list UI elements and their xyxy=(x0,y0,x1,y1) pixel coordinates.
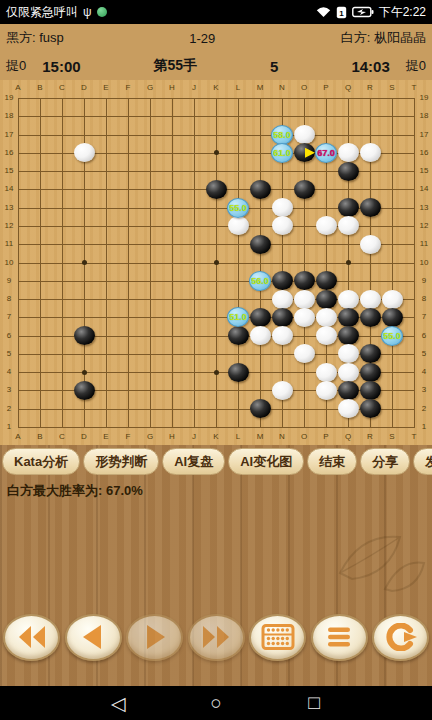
col-label-top: K xyxy=(209,83,223,93)
stone-white xyxy=(338,216,359,235)
board-grid[interactable]: AABBCCDDEEFFGGHHJJKKLLMMNNOOPPQQRRSSTT19… xyxy=(18,98,415,428)
stone-black xyxy=(360,363,381,382)
row-label-right: 13 xyxy=(417,203,431,213)
row-label-left: 4 xyxy=(2,367,16,377)
stone-white xyxy=(382,290,403,309)
byoyomi-countdown: 5 xyxy=(270,58,278,75)
row-label-left: 14 xyxy=(2,184,16,194)
col-label-top: J xyxy=(187,83,201,93)
row-label-left: 15 xyxy=(2,166,16,176)
ai-suggestion-marker[interactable]: 67.0 xyxy=(315,143,337,163)
stone-black xyxy=(360,344,381,363)
stone-white xyxy=(272,216,293,235)
col-label-top: N xyxy=(275,83,289,93)
battery-charging-icon xyxy=(352,6,374,18)
stone-black xyxy=(228,326,249,345)
col-label-top: E xyxy=(99,83,113,93)
col-label-bottom: F xyxy=(121,432,135,442)
toolbar-button[interactable]: 结束 xyxy=(307,448,357,475)
row-label-right: 1 xyxy=(417,422,431,432)
green-dot-icon xyxy=(97,7,107,17)
game-info-label: 1-29 xyxy=(189,31,215,46)
toolbar-button[interactable]: AI变化图 xyxy=(228,448,304,475)
row-label-left: 8 xyxy=(2,294,16,304)
row-label-right: 19 xyxy=(417,93,431,103)
row-label-left: 18 xyxy=(2,111,16,121)
row-label-right: 15 xyxy=(417,166,431,176)
stone-black xyxy=(316,271,337,290)
svg-text:1: 1 xyxy=(339,8,344,17)
row-label-right: 4 xyxy=(417,367,431,377)
carrier-text: 仅限紧急呼叫 xyxy=(6,4,78,21)
col-label-bottom: T xyxy=(407,432,421,442)
stone-black xyxy=(294,271,315,290)
col-label-bottom: G xyxy=(143,432,157,442)
toolbar-button[interactable]: 形势判断 xyxy=(83,448,159,475)
black-clock: 15:00 xyxy=(42,58,80,75)
stone-black xyxy=(250,308,271,327)
col-label-bottom: D xyxy=(77,432,91,442)
stone-white xyxy=(316,216,337,235)
row-label-left: 7 xyxy=(2,312,16,322)
ai-suggestion-marker[interactable]: 55.0 xyxy=(381,326,403,346)
star-point xyxy=(214,150,219,155)
usb-icon: ψ xyxy=(83,5,92,19)
nav-home-icon[interactable]: ○ xyxy=(204,692,228,714)
stone-black xyxy=(360,198,381,217)
step-back-icon xyxy=(75,623,111,651)
col-label-top: P xyxy=(319,83,333,93)
playback-controls xyxy=(0,611,432,663)
abacus-icon xyxy=(260,623,296,651)
sim-icon: 1 xyxy=(336,6,347,19)
refresh-icon xyxy=(383,623,419,651)
star-point xyxy=(82,260,87,265)
stone-black xyxy=(294,180,315,199)
stone-black xyxy=(382,308,403,327)
wifi-icon xyxy=(316,6,331,18)
row-label-right: 6 xyxy=(417,331,431,341)
ai-suggestion-marker[interactable]: 51.0 xyxy=(227,307,249,327)
menu-button[interactable] xyxy=(311,614,368,661)
row-label-right: 2 xyxy=(417,404,431,414)
row-label-left: 13 xyxy=(2,203,16,213)
row-label-right: 5 xyxy=(417,349,431,359)
col-label-bottom: S xyxy=(385,432,399,442)
row-label-right: 9 xyxy=(417,276,431,286)
col-label-top: L xyxy=(231,83,245,93)
stone-black xyxy=(316,290,337,309)
star-point xyxy=(82,370,87,375)
row-label-left: 3 xyxy=(2,385,16,395)
toolbar-button[interactable]: 分享 xyxy=(360,448,410,475)
stone-white xyxy=(74,143,95,162)
toolbar-button[interactable]: AI复盘 xyxy=(162,448,225,475)
star-point xyxy=(346,260,351,265)
fast-rewind-icon xyxy=(14,623,50,651)
col-label-top: D xyxy=(77,83,91,93)
stone-white xyxy=(338,399,359,418)
winrate-text: 白方最大胜率为: 67.0% xyxy=(7,482,432,500)
row-label-right: 12 xyxy=(417,221,431,231)
fast-forward-icon xyxy=(198,623,234,651)
stone-black xyxy=(338,198,359,217)
step-forward-icon xyxy=(137,623,173,651)
row-label-right: 8 xyxy=(417,294,431,304)
toolbar: Kata分析形势判断AI复盘AI变化图结束分享发消息 xyxy=(0,445,432,475)
ai-suggestion-marker[interactable]: 61.0 xyxy=(271,143,293,163)
stone-black xyxy=(250,235,271,254)
stone-white xyxy=(338,143,359,162)
stone-black xyxy=(272,271,293,290)
app-screen: 仅限紧急呼叫 ψ 1 下午2:22 黑方: fusp 1-29 白方: 枞阳晶晶… xyxy=(0,0,432,720)
star-point xyxy=(214,370,219,375)
stone-black xyxy=(250,399,271,418)
nav-back-icon[interactable]: ◁ xyxy=(106,692,130,715)
col-label-top: C xyxy=(55,83,69,93)
stone-white xyxy=(338,344,359,363)
go-board[interactable]: AABBCCDDEEFFGGHHJJKKLLMMNNOOPPQQRRSSTT19… xyxy=(0,80,432,445)
stone-white xyxy=(360,235,381,254)
col-label-bottom: L xyxy=(231,432,245,442)
stone-black xyxy=(228,363,249,382)
stone-white xyxy=(294,125,315,144)
stone-white xyxy=(294,290,315,309)
col-label-bottom: Q xyxy=(341,432,355,442)
stone-white xyxy=(294,344,315,363)
row-label-left: 17 xyxy=(2,130,16,140)
white-captures: 提0 xyxy=(406,57,426,75)
col-label-top: Q xyxy=(341,83,355,93)
fast-rewind-button[interactable] xyxy=(3,614,60,661)
col-label-bottom: J xyxy=(187,432,201,442)
move-number-label: 第55手 xyxy=(154,57,198,75)
toolbar-button[interactable]: Kata分析 xyxy=(2,448,80,475)
stone-black xyxy=(360,399,381,418)
col-label-top: B xyxy=(33,83,47,93)
ai-suggestion-marker[interactable]: 55.0 xyxy=(227,198,249,218)
row-label-left: 2 xyxy=(2,404,16,414)
stone-white xyxy=(338,290,359,309)
row-label-right: 11 xyxy=(417,239,431,249)
stone-white xyxy=(294,308,315,327)
ai-suggestion-marker[interactable]: 56.0 xyxy=(249,271,271,291)
row-label-right: 7 xyxy=(417,312,431,322)
row-label-left: 9 xyxy=(2,276,16,286)
clock-text: 下午2:22 xyxy=(379,4,426,21)
stone-black xyxy=(206,180,227,199)
fast-forward-button[interactable] xyxy=(188,614,245,661)
stone-black xyxy=(74,326,95,345)
nav-recents-icon[interactable]: □ xyxy=(302,692,326,714)
col-label-bottom: E xyxy=(99,432,113,442)
row-label-left: 12 xyxy=(2,221,16,231)
stone-white xyxy=(316,381,337,400)
col-label-top: F xyxy=(121,83,135,93)
col-label-bottom: N xyxy=(275,432,289,442)
col-label-bottom: O xyxy=(297,432,311,442)
stone-black xyxy=(338,381,359,400)
row-label-left: 1 xyxy=(2,422,16,432)
row-label-right: 16 xyxy=(417,148,431,158)
leaf-watermark xyxy=(330,523,426,593)
step-back-button[interactable] xyxy=(65,614,122,661)
stone-white xyxy=(272,290,293,309)
row-label-right: 18 xyxy=(417,111,431,121)
row-label-right: 14 xyxy=(417,184,431,194)
stone-black xyxy=(74,381,95,400)
row-label-left: 6 xyxy=(2,331,16,341)
stone-white xyxy=(338,363,359,382)
row-label-left: 11 xyxy=(2,239,16,249)
stone-white xyxy=(360,290,381,309)
black-captures: 提0 xyxy=(6,57,26,75)
menu-icon xyxy=(321,623,357,651)
android-nav-bar: ◁ ○ □ xyxy=(0,686,432,720)
col-label-top: R xyxy=(363,83,377,93)
col-label-bottom: K xyxy=(209,432,223,442)
ai-suggestion-marker[interactable]: 58.0 xyxy=(271,125,293,145)
row-label-left: 10 xyxy=(2,258,16,268)
col-label-bottom: C xyxy=(55,432,69,442)
stone-black xyxy=(360,308,381,327)
stone-black xyxy=(338,308,359,327)
row-label-right: 17 xyxy=(417,130,431,140)
col-label-bottom: H xyxy=(165,432,179,442)
stone-black xyxy=(250,180,271,199)
stone-white xyxy=(316,308,337,327)
col-label-bottom: A xyxy=(11,432,25,442)
col-label-top: M xyxy=(253,83,267,93)
col-label-bottom: B xyxy=(33,432,47,442)
col-label-bottom: M xyxy=(253,432,267,442)
row-label-left: 16 xyxy=(2,148,16,158)
stone-white xyxy=(272,198,293,217)
stone-black xyxy=(338,326,359,345)
stone-white xyxy=(360,143,381,162)
stone-black xyxy=(272,308,293,327)
stone-white xyxy=(228,216,249,235)
col-label-top: A xyxy=(11,83,25,93)
row-label-right: 10 xyxy=(417,258,431,268)
count-score-button[interactable] xyxy=(249,614,306,661)
status-bar: 仅限紧急呼叫 ψ 1 下午2:22 xyxy=(0,0,432,24)
stone-black xyxy=(360,381,381,400)
col-label-top: H xyxy=(165,83,179,93)
col-label-top: O xyxy=(297,83,311,93)
step-forward-button[interactable] xyxy=(126,614,183,661)
stone-white xyxy=(272,326,293,345)
row-label-right: 3 xyxy=(417,385,431,395)
stone-white xyxy=(272,381,293,400)
row-label-left: 5 xyxy=(2,349,16,359)
star-point xyxy=(214,260,219,265)
col-label-top: G xyxy=(143,83,157,93)
toolbar-button[interactable]: 发消息 xyxy=(413,448,432,475)
col-label-top: T xyxy=(407,83,421,93)
col-label-top: S xyxy=(385,83,399,93)
col-label-bottom: R xyxy=(363,432,377,442)
col-label-bottom: P xyxy=(319,432,333,442)
stone-black xyxy=(338,162,359,181)
white-player-label: 白方: 枞阳晶晶 xyxy=(341,29,426,47)
white-clock: 14:03 xyxy=(351,58,389,75)
stone-white xyxy=(316,326,337,345)
stone-white xyxy=(316,363,337,382)
refresh-pass-button[interactable] xyxy=(372,614,429,661)
row-label-left: 19 xyxy=(2,93,16,103)
game-header: 黑方: fusp 1-29 白方: 枞阳晶晶 提0 15:00 第55手 5 1… xyxy=(0,24,432,80)
stone-white xyxy=(250,326,271,345)
black-player-label: 黑方: fusp xyxy=(6,29,64,47)
